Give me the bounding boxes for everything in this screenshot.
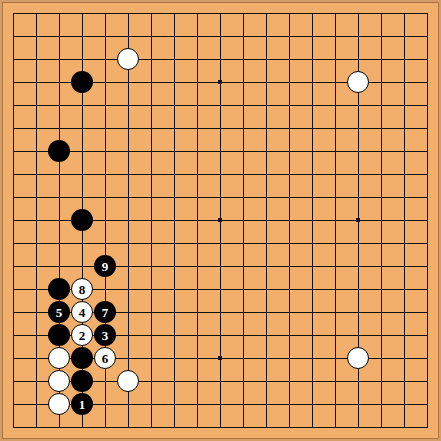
- go-stone-black[interactable]: [48, 324, 70, 346]
- go-stone-white-move-2[interactable]: 2: [71, 324, 93, 346]
- go-stone-black-move-1[interactable]: 1: [71, 393, 93, 415]
- move-number-label: 3: [102, 329, 109, 342]
- go-stone-black-move-7[interactable]: 7: [94, 301, 116, 323]
- move-number-label: 1: [79, 398, 86, 411]
- move-number-label: 6: [102, 352, 109, 365]
- go-stone-black-move-9[interactable]: 9: [94, 255, 116, 277]
- go-stone-black[interactable]: [71, 370, 93, 392]
- move-number-label: 7: [102, 306, 109, 319]
- move-number-label: 9: [102, 260, 109, 273]
- star-point: [218, 218, 222, 222]
- move-number-label: 4: [79, 306, 86, 319]
- go-stone-white-move-6[interactable]: 6: [94, 347, 116, 369]
- grid-line-horizontal: [13, 266, 428, 267]
- go-stone-white[interactable]: [347, 347, 369, 369]
- move-number-label: 2: [79, 329, 86, 342]
- grid-line-vertical: [312, 13, 313, 428]
- go-stone-black-move-5[interactable]: 5: [48, 301, 70, 323]
- go-stone-black[interactable]: [71, 347, 93, 369]
- star-point: [356, 218, 360, 222]
- go-stone-white[interactable]: [48, 393, 70, 415]
- grid-line-horizontal: [13, 427, 428, 428]
- star-point: [218, 356, 222, 360]
- go-board[interactable]: 985472361: [0, 0, 441, 441]
- go-stone-white-move-4[interactable]: 4: [71, 301, 93, 323]
- move-number-label: 8: [79, 283, 86, 296]
- go-board-grid[interactable]: 985472361: [2, 2, 439, 439]
- go-stone-white-move-8[interactable]: 8: [71, 278, 93, 300]
- grid-line-vertical: [427, 13, 428, 428]
- grid-line-vertical: [243, 13, 244, 428]
- grid-line-vertical: [404, 13, 405, 428]
- star-point: [218, 80, 222, 84]
- go-stone-white[interactable]: [117, 370, 139, 392]
- grid-line-vertical: [381, 13, 382, 428]
- grid-line-horizontal: [13, 243, 428, 244]
- go-stone-black[interactable]: [48, 278, 70, 300]
- grid-line-vertical: [289, 13, 290, 428]
- go-stone-white[interactable]: [117, 48, 139, 70]
- go-stone-black[interactable]: [71, 71, 93, 93]
- go-stone-white[interactable]: [48, 370, 70, 392]
- grid-line-vertical: [266, 13, 267, 428]
- go-stone-black-move-3[interactable]: 3: [94, 324, 116, 346]
- go-stone-white[interactable]: [347, 71, 369, 93]
- move-number-label: 5: [56, 306, 63, 319]
- go-stone-black[interactable]: [48, 140, 70, 162]
- go-stone-black[interactable]: [71, 209, 93, 231]
- go-stone-white[interactable]: [48, 347, 70, 369]
- grid-line-vertical: [335, 13, 336, 428]
